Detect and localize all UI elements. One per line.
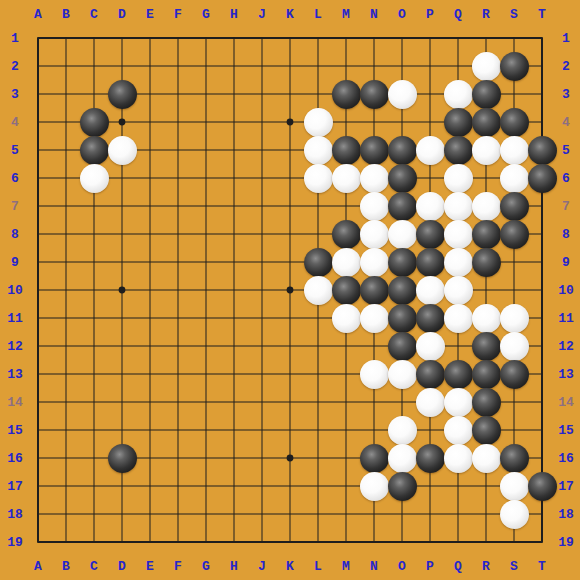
stone-white-P5 [416, 136, 445, 165]
row-label-right-12: 12 [558, 340, 574, 353]
row-label-right-17: 17 [558, 480, 574, 493]
row-label-right-6: 6 [562, 172, 570, 185]
stone-white-R2 [472, 52, 501, 81]
row-label-left-17: 17 [7, 480, 23, 493]
stone-black-M3 [332, 80, 361, 109]
stone-white-S12 [500, 332, 529, 361]
stone-white-Q7 [444, 192, 473, 221]
stone-white-S5 [500, 136, 529, 165]
stone-black-O12 [388, 332, 417, 361]
stone-white-Q11 [444, 304, 473, 333]
column-label-bottom-R: R [482, 560, 490, 573]
stone-black-S7 [500, 192, 529, 221]
column-label-top-S: S [510, 8, 518, 21]
stone-black-T5 [528, 136, 557, 165]
stone-white-Q6 [444, 164, 473, 193]
column-label-bottom-T: T [538, 560, 546, 573]
row-label-right-15: 15 [558, 424, 574, 437]
stone-white-O13 [388, 360, 417, 389]
row-label-left-5: 5 [11, 144, 19, 157]
stone-black-C4 [80, 108, 109, 137]
stone-black-Q4 [444, 108, 473, 137]
row-label-right-5: 5 [562, 144, 570, 157]
column-label-top-P: P [426, 8, 434, 21]
stone-black-R14 [472, 388, 501, 417]
column-label-bottom-N: N [370, 560, 378, 573]
stone-white-L10 [304, 276, 333, 305]
stone-black-D3 [108, 80, 137, 109]
stone-black-R12 [472, 332, 501, 361]
stone-white-N17 [360, 472, 389, 501]
stone-black-S4 [500, 108, 529, 137]
stone-white-S11 [500, 304, 529, 333]
stone-white-M11 [332, 304, 361, 333]
stone-black-O9 [388, 248, 417, 277]
row-label-left-7: 7 [11, 200, 19, 213]
stone-black-P8 [416, 220, 445, 249]
star-point-K4 [287, 119, 294, 126]
column-label-top-M: M [342, 8, 350, 21]
row-label-right-16: 16 [558, 452, 574, 465]
column-label-top-D: D [118, 8, 126, 21]
stone-black-P16 [416, 444, 445, 473]
stone-black-M10 [332, 276, 361, 305]
row-label-left-8: 8 [11, 228, 19, 241]
stone-black-O6 [388, 164, 417, 193]
stone-black-M8 [332, 220, 361, 249]
stone-white-M9 [332, 248, 361, 277]
column-label-bottom-K: K [286, 560, 294, 573]
stone-black-N10 [360, 276, 389, 305]
column-label-bottom-L: L [314, 560, 322, 573]
stone-white-Q9 [444, 248, 473, 277]
stone-white-N9 [360, 248, 389, 277]
stone-black-M5 [332, 136, 361, 165]
row-label-left-3: 3 [11, 88, 19, 101]
stone-white-M6 [332, 164, 361, 193]
stone-white-D5 [108, 136, 137, 165]
stone-black-O10 [388, 276, 417, 305]
stone-white-P7 [416, 192, 445, 221]
row-label-left-14: 14 [7, 396, 23, 409]
stone-black-O5 [388, 136, 417, 165]
row-label-right-7: 7 [562, 200, 570, 213]
row-label-left-11: 11 [7, 312, 23, 325]
stone-black-Q5 [444, 136, 473, 165]
stone-black-S13 [500, 360, 529, 389]
star-point-D10 [119, 287, 126, 294]
stone-black-C5 [80, 136, 109, 165]
row-label-left-13: 13 [7, 368, 23, 381]
row-label-right-19: 19 [558, 536, 574, 549]
stone-white-C6 [80, 164, 109, 193]
stone-black-R4 [472, 108, 501, 137]
stone-white-O16 [388, 444, 417, 473]
stone-black-T17 [528, 472, 557, 501]
column-label-top-L: L [314, 8, 322, 21]
row-label-left-1: 1 [11, 32, 19, 45]
stone-black-R13 [472, 360, 501, 389]
stone-white-R11 [472, 304, 501, 333]
column-label-top-A: A [34, 8, 42, 21]
stone-white-Q16 [444, 444, 473, 473]
stone-white-L5 [304, 136, 333, 165]
column-label-bottom-J: J [258, 560, 266, 573]
column-label-bottom-G: G [202, 560, 210, 573]
stone-black-O7 [388, 192, 417, 221]
stone-black-L9 [304, 248, 333, 277]
column-label-top-T: T [538, 8, 546, 21]
column-label-top-H: H [230, 8, 238, 21]
column-label-bottom-B: B [62, 560, 70, 573]
stone-white-N11 [360, 304, 389, 333]
column-label-top-N: N [370, 8, 378, 21]
stone-white-N8 [360, 220, 389, 249]
column-label-top-F: F [174, 8, 182, 21]
stone-white-Q10 [444, 276, 473, 305]
stone-white-P12 [416, 332, 445, 361]
column-label-top-G: G [202, 8, 210, 21]
stone-white-N7 [360, 192, 389, 221]
column-label-bottom-Q: Q [454, 560, 462, 573]
stone-black-N5 [360, 136, 389, 165]
row-label-left-18: 18 [7, 508, 23, 521]
stone-white-L4 [304, 108, 333, 137]
stone-white-R5 [472, 136, 501, 165]
stone-black-P11 [416, 304, 445, 333]
stone-white-N6 [360, 164, 389, 193]
column-label-top-J: J [258, 8, 266, 21]
row-label-left-19: 19 [7, 536, 23, 549]
stone-white-S6 [500, 164, 529, 193]
stone-black-N16 [360, 444, 389, 473]
go-board[interactable]: AABBCCDDEEFFGGHHJJKKLLMMNNOOPPQQRRSSTT11… [0, 0, 580, 580]
stone-black-O17 [388, 472, 417, 501]
row-label-right-9: 9 [562, 256, 570, 269]
stone-black-S8 [500, 220, 529, 249]
stone-white-P14 [416, 388, 445, 417]
stone-white-O15 [388, 416, 417, 445]
stone-black-N3 [360, 80, 389, 109]
column-label-top-O: O [398, 8, 406, 21]
stone-white-Q14 [444, 388, 473, 417]
column-label-bottom-E: E [146, 560, 154, 573]
row-label-right-14: 14 [558, 396, 574, 409]
row-label-right-4: 4 [562, 116, 570, 129]
row-label-right-11: 11 [558, 312, 574, 325]
row-label-left-6: 6 [11, 172, 19, 185]
stone-white-P10 [416, 276, 445, 305]
row-label-right-13: 13 [558, 368, 574, 381]
stone-black-P13 [416, 360, 445, 389]
row-label-left-16: 16 [7, 452, 23, 465]
stone-black-T6 [528, 164, 557, 193]
stone-white-N13 [360, 360, 389, 389]
column-label-top-R: R [482, 8, 490, 21]
stone-black-R8 [472, 220, 501, 249]
row-label-left-2: 2 [11, 60, 19, 73]
row-label-left-9: 9 [11, 256, 19, 269]
column-label-bottom-S: S [510, 560, 518, 573]
stone-black-Q13 [444, 360, 473, 389]
stone-white-Q15 [444, 416, 473, 445]
stone-white-Q8 [444, 220, 473, 249]
column-label-bottom-F: F [174, 560, 182, 573]
stone-black-D16 [108, 444, 137, 473]
stone-white-Q3 [444, 80, 473, 109]
column-label-top-Q: Q [454, 8, 462, 21]
row-label-right-8: 8 [562, 228, 570, 241]
column-label-bottom-M: M [342, 560, 350, 573]
column-label-bottom-H: H [230, 560, 238, 573]
star-point-D4 [119, 119, 126, 126]
column-label-bottom-C: C [90, 560, 98, 573]
star-point-K10 [287, 287, 294, 294]
row-label-left-15: 15 [7, 424, 23, 437]
stone-black-O11 [388, 304, 417, 333]
column-label-top-B: B [62, 8, 70, 21]
column-label-top-K: K [286, 8, 294, 21]
stone-white-O3 [388, 80, 417, 109]
stone-black-R15 [472, 416, 501, 445]
stone-white-L6 [304, 164, 333, 193]
stone-white-S17 [500, 472, 529, 501]
stone-white-O8 [388, 220, 417, 249]
stone-white-R16 [472, 444, 501, 473]
stone-black-S16 [500, 444, 529, 473]
stone-white-S18 [500, 500, 529, 529]
column-label-bottom-A: A [34, 560, 42, 573]
stone-white-R7 [472, 192, 501, 221]
row-label-left-4: 4 [11, 116, 19, 129]
row-label-right-3: 3 [562, 88, 570, 101]
star-point-K16 [287, 455, 294, 462]
column-label-top-E: E [146, 8, 154, 21]
column-label-bottom-D: D [118, 560, 126, 573]
row-label-right-1: 1 [562, 32, 570, 45]
stone-black-S2 [500, 52, 529, 81]
stone-black-P9 [416, 248, 445, 277]
row-label-right-2: 2 [562, 60, 570, 73]
stone-black-R9 [472, 248, 501, 277]
stone-black-R3 [472, 80, 501, 109]
column-label-bottom-O: O [398, 560, 406, 573]
row-label-right-10: 10 [558, 284, 574, 297]
row-label-right-18: 18 [558, 508, 574, 521]
row-label-left-10: 10 [7, 284, 23, 297]
row-label-left-12: 12 [7, 340, 23, 353]
column-label-top-C: C [90, 8, 98, 21]
column-label-bottom-P: P [426, 560, 434, 573]
